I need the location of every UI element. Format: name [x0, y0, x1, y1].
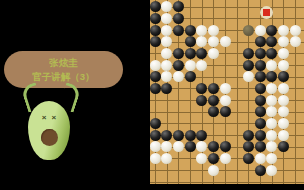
white-stone[interactable] — [278, 25, 289, 36]
white-stone[interactable] — [278, 60, 289, 71]
white-stone[interactable] — [266, 83, 277, 94]
black-stone[interactable] — [208, 95, 219, 106]
black-stone[interactable] — [243, 48, 254, 59]
white-stone[interactable] — [196, 36, 207, 47]
white-stone[interactable] — [173, 141, 184, 152]
white-stone[interactable] — [266, 130, 277, 141]
black-stone[interactable] — [208, 153, 219, 164]
black-stone[interactable] — [196, 95, 207, 106]
white-stone[interactable] — [278, 106, 289, 117]
white-stone[interactable] — [290, 36, 301, 47]
black-stone[interactable] — [173, 13, 184, 24]
white-stone[interactable] — [255, 153, 266, 164]
white-stone[interactable] — [220, 153, 231, 164]
presenter-panel: 张炫圭 官子讲解（3） ×× — [0, 0, 150, 190]
white-stone[interactable] — [266, 118, 277, 129]
black-stone[interactable] — [161, 130, 172, 141]
black-stone[interactable] — [255, 36, 266, 47]
black-stone[interactable] — [196, 48, 207, 59]
white-stone[interactable] — [278, 118, 289, 129]
grid-line-horizontal — [150, 170, 304, 171]
white-stone[interactable] — [255, 25, 266, 36]
black-stone[interactable] — [255, 71, 266, 82]
black-stone[interactable] — [150, 83, 161, 94]
go-board[interactable] — [150, 0, 304, 184]
black-stone[interactable] — [150, 13, 161, 24]
white-stone[interactable] — [150, 141, 161, 152]
white-stone[interactable] — [208, 36, 219, 47]
grid-line-horizontal — [150, 182, 304, 183]
white-stone[interactable] — [278, 130, 289, 141]
white-stone[interactable] — [266, 60, 277, 71]
black-stone[interactable] — [266, 25, 277, 36]
white-stone[interactable] — [278, 36, 289, 47]
white-stone[interactable] — [161, 1, 172, 12]
black-stone[interactable] — [243, 141, 254, 152]
black-stone[interactable] — [255, 165, 266, 176]
black-stone[interactable] — [208, 83, 219, 94]
white-stone[interactable] — [266, 153, 277, 164]
title-banner: 张炫圭 官子讲解（3） — [4, 51, 123, 88]
video-frame: 张炫圭 官子讲解（3） ×× — [0, 0, 304, 190]
avocado-pit-mouth — [41, 129, 58, 146]
black-stone[interactable] — [243, 130, 254, 141]
white-stone[interactable] — [150, 60, 161, 71]
black-stone[interactable] — [278, 71, 289, 82]
white-stone[interactable] — [173, 71, 184, 82]
white-stone[interactable] — [150, 153, 161, 164]
white-stone[interactable] — [278, 83, 289, 94]
black-stone[interactable] — [150, 71, 161, 82]
white-stone[interactable] — [196, 60, 207, 71]
black-stone[interactable] — [255, 95, 266, 106]
black-stone[interactable] — [255, 130, 266, 141]
black-stone[interactable] — [150, 118, 161, 129]
white-stone[interactable] — [208, 25, 219, 36]
black-stone[interactable] — [255, 106, 266, 117]
black-stone[interactable] — [173, 130, 184, 141]
black-stone[interactable] — [173, 1, 184, 12]
black-stone[interactable] — [185, 48, 196, 59]
black-stone[interactable] — [255, 141, 266, 152]
black-stone[interactable] — [243, 60, 254, 71]
white-stone[interactable] — [161, 153, 172, 164]
black-stone[interactable] — [161, 83, 172, 94]
white-stone[interactable] — [220, 95, 231, 106]
black-stone[interactable] — [255, 48, 266, 59]
white-stone[interactable] — [266, 141, 277, 152]
black-stone[interactable] — [266, 71, 277, 82]
black-stone[interactable] — [220, 141, 231, 152]
white-stone[interactable] — [220, 36, 231, 47]
white-stone[interactable] — [220, 83, 231, 94]
white-stone[interactable] — [161, 48, 172, 59]
white-stone[interactable] — [266, 165, 277, 176]
grid-line-vertical — [237, 0, 238, 184]
white-stone[interactable] — [161, 36, 172, 47]
black-stone[interactable] — [185, 130, 196, 141]
black-stone[interactable] — [150, 130, 161, 141]
red-square-marker — [260, 6, 273, 19]
white-stone[interactable] — [196, 153, 207, 164]
black-stone[interactable] — [255, 60, 266, 71]
white-stone[interactable] — [278, 95, 289, 106]
black-stone[interactable] — [255, 83, 266, 94]
black-stone[interactable] — [208, 106, 219, 117]
black-stone[interactable] — [266, 48, 277, 59]
black-stone[interactable] — [196, 83, 207, 94]
black-stone[interactable] — [208, 141, 219, 152]
white-stone[interactable] — [161, 71, 172, 82]
black-stone[interactable] — [185, 36, 196, 47]
ghost-stone[interactable] — [243, 25, 254, 36]
black-stone[interactable] — [278, 141, 289, 152]
black-stone[interactable] — [173, 60, 184, 71]
black-stone[interactable] — [173, 48, 184, 59]
white-stone[interactable] — [266, 95, 277, 106]
black-stone[interactable] — [150, 25, 161, 36]
black-stone[interactable] — [266, 36, 277, 47]
white-stone[interactable] — [290, 25, 301, 36]
white-stone[interactable] — [161, 25, 172, 36]
black-stone[interactable] — [150, 36, 161, 47]
black-stone[interactable] — [150, 1, 161, 12]
white-stone[interactable] — [196, 141, 207, 152]
black-stone[interactable] — [185, 25, 196, 36]
black-stone[interactable] — [173, 25, 184, 36]
white-stone[interactable] — [161, 13, 172, 24]
white-stone[interactable] — [185, 60, 196, 71]
red-square-icon — [263, 9, 270, 16]
avocado-eyes: ×× — [28, 113, 70, 122]
black-stone[interactable] — [243, 153, 254, 164]
white-stone[interactable] — [266, 106, 277, 117]
avocado-mascot: ×× — [0, 0, 150, 190]
white-stone[interactable] — [208, 48, 219, 59]
white-stone[interactable] — [278, 48, 289, 59]
white-stone[interactable] — [243, 71, 254, 82]
white-stone[interactable] — [196, 25, 207, 36]
white-stone[interactable] — [208, 165, 219, 176]
letterbox-bar — [0, 184, 304, 190]
black-stone[interactable] — [220, 106, 231, 117]
black-stone[interactable] — [255, 118, 266, 129]
white-stone[interactable] — [161, 60, 172, 71]
black-stone[interactable] — [185, 71, 196, 82]
presenter-name: 张炫圭 — [49, 56, 78, 70]
white-stone[interactable] — [161, 141, 172, 152]
lecture-title: 官子讲解（3） — [32, 70, 94, 84]
black-stone[interactable] — [185, 141, 196, 152]
black-stone[interactable] — [196, 130, 207, 141]
avocado-body: ×× — [28, 101, 70, 160]
